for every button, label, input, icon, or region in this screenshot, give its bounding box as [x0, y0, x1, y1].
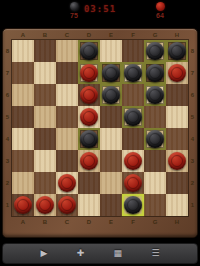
red-checker-d6[interactable]: [80, 86, 98, 104]
square-g5[interactable]: [144, 106, 166, 128]
square-g7[interactable]: [144, 62, 166, 84]
black-checker-g6[interactable]: [146, 86, 164, 104]
square-a5[interactable]: [12, 106, 34, 128]
square-d4[interactable]: [78, 128, 100, 150]
black-checker-g7[interactable]: [146, 64, 164, 82]
square-b5[interactable]: [34, 106, 56, 128]
file-label-f: F: [122, 30, 144, 40]
square-e6[interactable]: [100, 84, 122, 106]
square-g4[interactable]: [144, 128, 166, 150]
square-f2[interactable]: [122, 172, 144, 194]
black-checker-d8[interactable]: [80, 42, 98, 60]
red-checker-h3[interactable]: [168, 152, 186, 170]
rank-labels-right: 87654321: [188, 40, 197, 216]
square-a6[interactable]: [12, 84, 34, 106]
red-checker-h7[interactable]: [168, 64, 186, 82]
menu-button[interactable]: ☰: [145, 249, 165, 258]
file-label-d: D: [78, 217, 100, 227]
file-label-c: C: [56, 30, 78, 40]
square-h7[interactable]: [166, 62, 188, 84]
square-b4[interactable]: [34, 128, 56, 150]
square-h4[interactable]: [166, 128, 188, 150]
square-f6[interactable]: [122, 84, 144, 106]
red-checker-a1[interactable]: [14, 196, 32, 214]
square-b8[interactable]: [34, 40, 56, 62]
square-b2[interactable]: [34, 172, 56, 194]
square-g8[interactable]: [144, 40, 166, 62]
square-h5[interactable]: [166, 106, 188, 128]
red-piece-icon: [156, 2, 165, 11]
square-f3[interactable]: [122, 150, 144, 172]
square-c7[interactable]: [56, 62, 78, 84]
stats-button[interactable]: ▦: [108, 249, 129, 258]
rank-label-2: 2: [3, 172, 12, 194]
red-player-score: 64: [156, 12, 164, 19]
file-labels-bottom: ABCDEFGH: [12, 217, 188, 227]
rank-label-3: 3: [188, 150, 197, 172]
rank-labels-left: 87654321: [3, 40, 12, 216]
square-f4[interactable]: [122, 128, 144, 150]
rank-label-8: 8: [188, 40, 197, 62]
red-checker-d3[interactable]: [80, 152, 98, 170]
square-g3[interactable]: [144, 150, 166, 172]
file-label-b: B: [34, 30, 56, 40]
square-g2[interactable]: [144, 172, 166, 194]
square-c2[interactable]: [56, 172, 78, 194]
square-f5[interactable]: [122, 106, 144, 128]
red-checker-f2[interactable]: [124, 174, 142, 192]
square-a7[interactable]: [12, 62, 34, 84]
rank-label-1: 1: [3, 194, 12, 216]
square-c6[interactable]: [56, 84, 78, 106]
square-d8[interactable]: [78, 40, 100, 62]
rank-label-5: 5: [188, 106, 197, 128]
rank-label-2: 2: [188, 172, 197, 194]
square-h1[interactable]: [166, 194, 188, 216]
square-f7[interactable]: [122, 62, 144, 84]
square-h8[interactable]: [166, 40, 188, 62]
black-checker-g4[interactable]: [146, 130, 164, 148]
rank-label-5: 5: [3, 106, 12, 128]
bottom-toolbar: ▶ ✚ ▦ ☰: [2, 243, 198, 264]
square-a3[interactable]: [12, 150, 34, 172]
square-c3[interactable]: [56, 150, 78, 172]
black-checker-h8[interactable]: [168, 42, 186, 60]
play-button[interactable]: ▶: [34, 249, 53, 258]
file-label-f: F: [122, 217, 144, 227]
menu-icon: ☰: [151, 248, 159, 258]
file-label-a: A: [12, 30, 34, 40]
square-c8[interactable]: [56, 40, 78, 62]
black-checker-f1[interactable]: [124, 196, 142, 214]
board-grid: [12, 40, 188, 216]
square-d1[interactable]: [78, 194, 100, 216]
new-game-button[interactable]: ✚: [71, 249, 91, 258]
plus-icon: ✚: [77, 248, 85, 258]
rank-label-6: 6: [188, 84, 197, 106]
square-h2[interactable]: [166, 172, 188, 194]
red-checker-b1[interactable]: [36, 196, 54, 214]
file-label-c: C: [56, 217, 78, 227]
rank-label-7: 7: [188, 62, 197, 84]
red-checker-c1[interactable]: [58, 196, 76, 214]
red-player-indicator: 64: [149, 2, 171, 19]
square-c4[interactable]: [56, 128, 78, 150]
square-e3[interactable]: [100, 150, 122, 172]
square-e1[interactable]: [100, 194, 122, 216]
play-icon: ▶: [40, 248, 47, 258]
black-checker-e7[interactable]: [102, 64, 120, 82]
file-label-e: E: [100, 217, 122, 227]
red-checker-f3[interactable]: [124, 152, 142, 170]
rank-label-4: 4: [3, 128, 12, 150]
square-b7[interactable]: [34, 62, 56, 84]
file-label-b: B: [34, 217, 56, 227]
rank-label-6: 6: [3, 84, 12, 106]
square-d2[interactable]: [78, 172, 100, 194]
file-labels-top: ABCDEFGH: [12, 30, 188, 40]
square-h3[interactable]: [166, 150, 188, 172]
square-a1[interactable]: [12, 194, 34, 216]
red-checker-d5[interactable]: [80, 108, 98, 126]
square-a2[interactable]: [12, 172, 34, 194]
file-label-d: D: [78, 30, 100, 40]
square-e2[interactable]: [100, 172, 122, 194]
board-icon: ▦: [114, 248, 123, 258]
square-d3[interactable]: [78, 150, 100, 172]
file-label-e: E: [100, 30, 122, 40]
black-checker-f5[interactable]: [124, 108, 142, 126]
square-a4[interactable]: [12, 128, 34, 150]
square-f1[interactable]: [122, 194, 144, 216]
square-g6[interactable]: [144, 84, 166, 106]
square-a8[interactable]: [12, 40, 34, 62]
square-h6[interactable]: [166, 84, 188, 106]
black-checker-e6[interactable]: [102, 86, 120, 104]
square-g1[interactable]: [144, 194, 166, 216]
square-c5[interactable]: [56, 106, 78, 128]
square-e4[interactable]: [100, 128, 122, 150]
checkers-board: ABCDEFGH 87654321 87654321 ABCDEFGH: [2, 28, 198, 238]
square-e8[interactable]: [100, 40, 122, 62]
file-label-h: H: [166, 30, 188, 40]
square-b1[interactable]: [34, 194, 56, 216]
square-d7[interactable]: [78, 62, 100, 84]
black-checker-d4[interactable]: [80, 130, 98, 148]
file-label-g: G: [144, 30, 166, 40]
red-checker-d7[interactable]: [80, 64, 98, 82]
rank-label-8: 8: [3, 40, 12, 62]
file-label-g: G: [144, 217, 166, 227]
square-c1[interactable]: [56, 194, 78, 216]
checkers-app: 75 03:51 64 ABCDEFGH 87654321 87654321 A…: [0, 0, 200, 266]
red-checker-c2[interactable]: [58, 174, 76, 192]
square-b3[interactable]: [34, 150, 56, 172]
black-checker-f7[interactable]: [124, 64, 142, 82]
file-label-h: H: [166, 217, 188, 227]
status-bar: 75 03:51 64: [0, 0, 200, 28]
rank-label-1: 1: [188, 194, 197, 216]
black-checker-g8[interactable]: [146, 42, 164, 60]
square-e5[interactable]: [100, 106, 122, 128]
rank-label-3: 3: [3, 150, 12, 172]
square-e7[interactable]: [100, 62, 122, 84]
file-label-a: A: [12, 217, 34, 227]
rank-label-7: 7: [3, 62, 12, 84]
square-d5[interactable]: [78, 106, 100, 128]
square-d6[interactable]: [78, 84, 100, 106]
rank-label-4: 4: [188, 128, 197, 150]
square-f8[interactable]: [122, 40, 144, 62]
square-b6[interactable]: [34, 84, 56, 106]
